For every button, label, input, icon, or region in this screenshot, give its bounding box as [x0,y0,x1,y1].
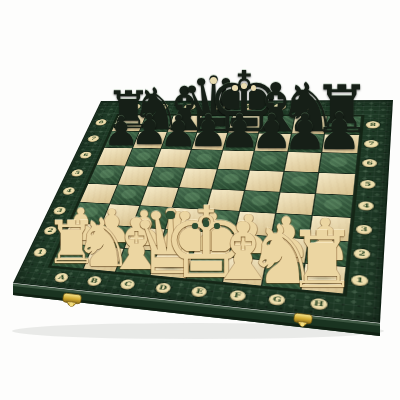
piece-black-pawn-h7[interactable]: ♟ [317,107,363,158]
piece-white-rook-h1[interactable]: ♜ [287,221,357,299]
chess-set-photo: AA88BB77CC66DD55EE44FF33GG22HH11 ♜♞♝♛♚♝♞… [0,0,400,400]
crown-finial [232,85,238,91]
pieces-layer: ♜♞♝♛♚♝♞♜♟♟♟♟♟♟♟♟♟♟♟♟♟♟♟♟♜♞♝♛♚♝♞♜ [0,0,400,400]
